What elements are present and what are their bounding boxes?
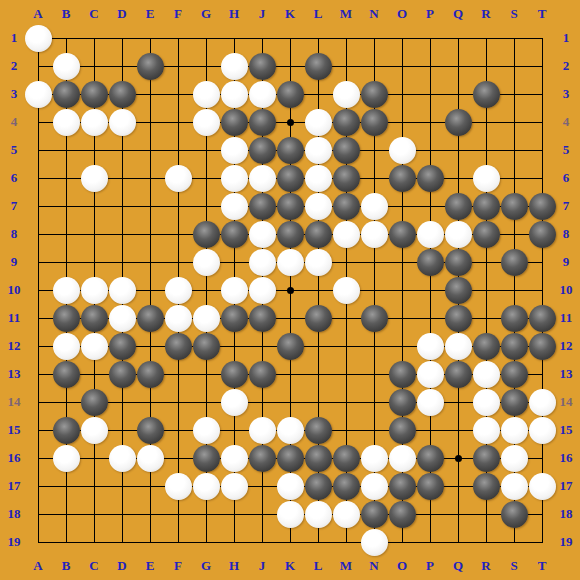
stone-white[interactable] bbox=[277, 417, 304, 444]
stone-white[interactable] bbox=[305, 249, 332, 276]
stone-white[interactable] bbox=[53, 333, 80, 360]
stone-white[interactable] bbox=[389, 137, 416, 164]
stone-white[interactable] bbox=[473, 165, 500, 192]
go-board-screen: AABBCCDDEEFFGGHHJJKKLLMMNNOOPPQQRRSSTT11… bbox=[0, 0, 580, 580]
coord-label-bottom-F: F bbox=[164, 558, 192, 574]
stone-white[interactable] bbox=[529, 389, 556, 416]
stone-white[interactable] bbox=[529, 473, 556, 500]
stone-white[interactable] bbox=[361, 221, 388, 248]
stone-white[interactable] bbox=[137, 445, 164, 472]
stone-white[interactable] bbox=[193, 305, 220, 332]
stone-black[interactable] bbox=[277, 221, 304, 248]
coord-label-top-J: J bbox=[248, 6, 276, 22]
stone-white[interactable] bbox=[165, 165, 192, 192]
stone-white[interactable] bbox=[221, 445, 248, 472]
stone-white[interactable] bbox=[361, 529, 388, 556]
stone-white[interactable] bbox=[333, 277, 360, 304]
coord-label-right-5: 5 bbox=[552, 142, 580, 158]
stone-black[interactable] bbox=[529, 305, 556, 332]
stone-white[interactable] bbox=[305, 165, 332, 192]
coord-label-bottom-H: H bbox=[220, 558, 248, 574]
stone-white[interactable] bbox=[165, 473, 192, 500]
stone-white[interactable] bbox=[305, 501, 332, 528]
stone-white[interactable] bbox=[81, 417, 108, 444]
stone-black[interactable] bbox=[501, 389, 528, 416]
stone-black[interactable] bbox=[361, 109, 388, 136]
coord-label-right-2: 2 bbox=[552, 58, 580, 74]
stone-black[interactable] bbox=[501, 333, 528, 360]
coord-label-top-N: N bbox=[360, 6, 388, 22]
stone-black[interactable] bbox=[389, 501, 416, 528]
stone-white[interactable] bbox=[361, 193, 388, 220]
coord-label-bottom-K: K bbox=[276, 558, 304, 574]
stone-black[interactable] bbox=[389, 417, 416, 444]
stone-white[interactable] bbox=[389, 445, 416, 472]
stone-black[interactable] bbox=[501, 193, 528, 220]
coord-label-top-E: E bbox=[136, 6, 164, 22]
stone-white[interactable] bbox=[109, 109, 136, 136]
stone-black[interactable] bbox=[473, 473, 500, 500]
stone-black[interactable] bbox=[529, 333, 556, 360]
coord-label-top-D: D bbox=[108, 6, 136, 22]
stone-black[interactable] bbox=[389, 389, 416, 416]
stone-black[interactable] bbox=[333, 165, 360, 192]
stone-black[interactable] bbox=[473, 445, 500, 472]
stone-white[interactable] bbox=[25, 25, 52, 52]
stone-black[interactable] bbox=[277, 81, 304, 108]
stone-black[interactable] bbox=[445, 305, 472, 332]
stone-black[interactable] bbox=[305, 305, 332, 332]
stone-white[interactable] bbox=[473, 417, 500, 444]
stone-black[interactable] bbox=[137, 417, 164, 444]
stone-black[interactable] bbox=[193, 221, 220, 248]
coord-label-right-8: 8 bbox=[552, 226, 580, 242]
stone-black[interactable] bbox=[305, 417, 332, 444]
stone-black[interactable] bbox=[333, 137, 360, 164]
stone-black[interactable] bbox=[473, 221, 500, 248]
coord-label-right-11: 11 bbox=[552, 310, 580, 326]
stone-white[interactable] bbox=[473, 361, 500, 388]
stone-white[interactable] bbox=[417, 361, 444, 388]
stone-white[interactable] bbox=[249, 165, 276, 192]
stone-white[interactable] bbox=[81, 277, 108, 304]
coord-label-top-K: K bbox=[276, 6, 304, 22]
coord-label-right-9: 9 bbox=[552, 254, 580, 270]
stone-white[interactable] bbox=[81, 109, 108, 136]
stone-black[interactable] bbox=[445, 249, 472, 276]
stone-black[interactable] bbox=[53, 81, 80, 108]
stone-white[interactable] bbox=[53, 53, 80, 80]
coord-label-right-7: 7 bbox=[552, 198, 580, 214]
stone-black[interactable] bbox=[389, 473, 416, 500]
stone-black[interactable] bbox=[417, 473, 444, 500]
stone-white[interactable] bbox=[305, 137, 332, 164]
stone-white[interactable] bbox=[81, 333, 108, 360]
stone-black[interactable] bbox=[417, 445, 444, 472]
coord-label-right-10: 10 bbox=[552, 282, 580, 298]
stone-white[interactable] bbox=[473, 389, 500, 416]
stone-black[interactable] bbox=[501, 305, 528, 332]
stone-black[interactable] bbox=[277, 193, 304, 220]
stone-white[interactable] bbox=[417, 221, 444, 248]
coord-label-right-18: 18 bbox=[552, 506, 580, 522]
stone-black[interactable] bbox=[81, 389, 108, 416]
coord-label-top-C: C bbox=[80, 6, 108, 22]
stone-white[interactable] bbox=[501, 417, 528, 444]
stone-white[interactable] bbox=[25, 81, 52, 108]
stone-white[interactable] bbox=[417, 389, 444, 416]
coord-label-right-3: 3 bbox=[552, 86, 580, 102]
stone-white[interactable] bbox=[109, 305, 136, 332]
coord-label-bottom-M: M bbox=[332, 558, 360, 574]
stone-white[interactable] bbox=[221, 137, 248, 164]
stone-black[interactable] bbox=[137, 305, 164, 332]
stone-black[interactable] bbox=[389, 361, 416, 388]
stone-black[interactable] bbox=[361, 501, 388, 528]
stone-white[interactable] bbox=[221, 193, 248, 220]
stone-black[interactable] bbox=[277, 165, 304, 192]
stone-black[interactable] bbox=[165, 333, 192, 360]
stone-black[interactable] bbox=[109, 361, 136, 388]
stone-black[interactable] bbox=[249, 445, 276, 472]
stone-black[interactable] bbox=[389, 165, 416, 192]
stone-black[interactable] bbox=[445, 361, 472, 388]
stone-white[interactable] bbox=[165, 277, 192, 304]
stone-white[interactable] bbox=[221, 165, 248, 192]
stone-black[interactable] bbox=[277, 137, 304, 164]
stone-black[interactable] bbox=[445, 277, 472, 304]
coord-label-right-14: 14 bbox=[552, 394, 580, 410]
coord-label-top-R: R bbox=[472, 6, 500, 22]
coord-label-right-15: 15 bbox=[552, 422, 580, 438]
stone-black[interactable] bbox=[501, 501, 528, 528]
stone-black[interactable] bbox=[305, 473, 332, 500]
stone-black[interactable] bbox=[249, 305, 276, 332]
stone-black[interactable] bbox=[221, 361, 248, 388]
coord-label-right-17: 17 bbox=[552, 478, 580, 494]
stone-white[interactable] bbox=[361, 445, 388, 472]
stone-white[interactable] bbox=[221, 277, 248, 304]
coord-label-bottom-T: T bbox=[528, 558, 556, 574]
stone-white[interactable] bbox=[333, 501, 360, 528]
stone-black[interactable] bbox=[473, 193, 500, 220]
coord-label-top-L: L bbox=[304, 6, 332, 22]
stone-black[interactable] bbox=[305, 221, 332, 248]
coord-label-right-1: 1 bbox=[552, 30, 580, 46]
stone-white[interactable] bbox=[305, 193, 332, 220]
stone-white[interactable] bbox=[53, 109, 80, 136]
coord-label-right-19: 19 bbox=[552, 534, 580, 550]
stone-white[interactable] bbox=[249, 221, 276, 248]
stone-white[interactable] bbox=[277, 249, 304, 276]
stone-white[interactable] bbox=[277, 473, 304, 500]
coord-label-right-13: 13 bbox=[552, 366, 580, 382]
coord-label-top-M: M bbox=[332, 6, 360, 22]
stone-black[interactable] bbox=[305, 53, 332, 80]
coord-label-bottom-J: J bbox=[248, 558, 276, 574]
stone-black[interactable] bbox=[417, 165, 444, 192]
coord-label-top-O: O bbox=[388, 6, 416, 22]
coord-label-top-P: P bbox=[416, 6, 444, 22]
stone-black[interactable] bbox=[333, 109, 360, 136]
coord-label-bottom-L: L bbox=[304, 558, 332, 574]
stone-black[interactable] bbox=[333, 473, 360, 500]
stone-black[interactable] bbox=[221, 305, 248, 332]
stone-black[interactable] bbox=[389, 221, 416, 248]
stone-black[interactable] bbox=[249, 361, 276, 388]
coord-label-bottom-A: A bbox=[24, 558, 52, 574]
coord-label-right-16: 16 bbox=[552, 450, 580, 466]
stone-black[interactable] bbox=[193, 333, 220, 360]
stone-white[interactable] bbox=[193, 249, 220, 276]
coord-label-top-T: T bbox=[528, 6, 556, 22]
go-board[interactable] bbox=[24, 24, 556, 556]
stone-white[interactable] bbox=[333, 221, 360, 248]
coord-label-bottom-C: C bbox=[80, 558, 108, 574]
stone-white[interactable] bbox=[221, 389, 248, 416]
stone-white[interactable] bbox=[193, 473, 220, 500]
coord-label-right-12: 12 bbox=[552, 338, 580, 354]
stone-black[interactable] bbox=[445, 193, 472, 220]
stone-white[interactable] bbox=[501, 473, 528, 500]
stone-black[interactable] bbox=[333, 445, 360, 472]
stone-white[interactable] bbox=[221, 81, 248, 108]
coord-label-top-B: B bbox=[52, 6, 80, 22]
stone-black[interactable] bbox=[277, 333, 304, 360]
coord-label-top-Q: Q bbox=[444, 6, 472, 22]
stone-white[interactable] bbox=[529, 417, 556, 444]
stone-black[interactable] bbox=[501, 361, 528, 388]
coord-label-bottom-N: N bbox=[360, 558, 388, 574]
stone-black[interactable] bbox=[361, 81, 388, 108]
stone-black[interactable] bbox=[109, 333, 136, 360]
coord-label-top-A: A bbox=[24, 6, 52, 22]
stone-white[interactable] bbox=[445, 221, 472, 248]
stone-white[interactable] bbox=[53, 277, 80, 304]
stone-black[interactable] bbox=[81, 305, 108, 332]
stone-black[interactable] bbox=[529, 221, 556, 248]
coord-label-bottom-O: O bbox=[388, 558, 416, 574]
coord-label-bottom-R: R bbox=[472, 558, 500, 574]
stone-black[interactable] bbox=[53, 417, 80, 444]
stone-black[interactable] bbox=[249, 109, 276, 136]
stone-black[interactable] bbox=[333, 193, 360, 220]
coord-label-top-F: F bbox=[164, 6, 192, 22]
coord-label-top-G: G bbox=[192, 6, 220, 22]
stone-black[interactable] bbox=[473, 333, 500, 360]
stone-white[interactable] bbox=[277, 501, 304, 528]
stone-black[interactable] bbox=[221, 221, 248, 248]
stone-black[interactable] bbox=[249, 137, 276, 164]
stone-black[interactable] bbox=[109, 81, 136, 108]
stone-black[interactable] bbox=[53, 361, 80, 388]
stone-white[interactable] bbox=[333, 81, 360, 108]
stone-white[interactable] bbox=[193, 417, 220, 444]
stone-white[interactable] bbox=[249, 81, 276, 108]
stone-black[interactable] bbox=[445, 109, 472, 136]
stone-white[interactable] bbox=[501, 445, 528, 472]
stone-black[interactable] bbox=[501, 249, 528, 276]
stone-black[interactable] bbox=[81, 81, 108, 108]
stone-white[interactable] bbox=[417, 333, 444, 360]
stone-black[interactable] bbox=[417, 249, 444, 276]
stone-white[interactable] bbox=[109, 277, 136, 304]
coord-label-right-4: 4 bbox=[552, 114, 580, 130]
stone-black[interactable] bbox=[529, 193, 556, 220]
stone-white[interactable] bbox=[249, 417, 276, 444]
stone-white[interactable] bbox=[361, 473, 388, 500]
stone-black[interactable] bbox=[277, 445, 304, 472]
coord-label-bottom-E: E bbox=[136, 558, 164, 574]
stone-black[interactable] bbox=[137, 53, 164, 80]
stone-white[interactable] bbox=[53, 445, 80, 472]
stone-white[interactable] bbox=[221, 473, 248, 500]
coord-label-right-6: 6 bbox=[552, 170, 580, 186]
coord-label-bottom-D: D bbox=[108, 558, 136, 574]
coord-label-bottom-B: B bbox=[52, 558, 80, 574]
stone-black[interactable] bbox=[137, 361, 164, 388]
stone-white[interactable] bbox=[193, 81, 220, 108]
stone-white[interactable] bbox=[445, 333, 472, 360]
coord-label-bottom-Q: Q bbox=[444, 558, 472, 574]
stone-white[interactable] bbox=[249, 249, 276, 276]
stone-black[interactable] bbox=[249, 193, 276, 220]
stone-white[interactable] bbox=[81, 165, 108, 192]
coord-label-bottom-S: S bbox=[500, 558, 528, 574]
stone-black[interactable] bbox=[361, 305, 388, 332]
stone-white[interactable] bbox=[305, 109, 332, 136]
coord-label-top-S: S bbox=[500, 6, 528, 22]
coord-label-top-H: H bbox=[220, 6, 248, 22]
stone-white[interactable] bbox=[221, 53, 248, 80]
stone-black[interactable] bbox=[305, 445, 332, 472]
stone-black[interactable] bbox=[193, 445, 220, 472]
stone-white[interactable] bbox=[193, 109, 220, 136]
stone-black[interactable] bbox=[221, 109, 248, 136]
stone-white[interactable] bbox=[165, 305, 192, 332]
coord-label-bottom-G: G bbox=[192, 558, 220, 574]
stone-black[interactable] bbox=[249, 53, 276, 80]
stone-white[interactable] bbox=[249, 277, 276, 304]
stone-black[interactable] bbox=[473, 81, 500, 108]
coord-label-bottom-P: P bbox=[416, 558, 444, 574]
stone-black[interactable] bbox=[53, 305, 80, 332]
stone-white[interactable] bbox=[109, 445, 136, 472]
